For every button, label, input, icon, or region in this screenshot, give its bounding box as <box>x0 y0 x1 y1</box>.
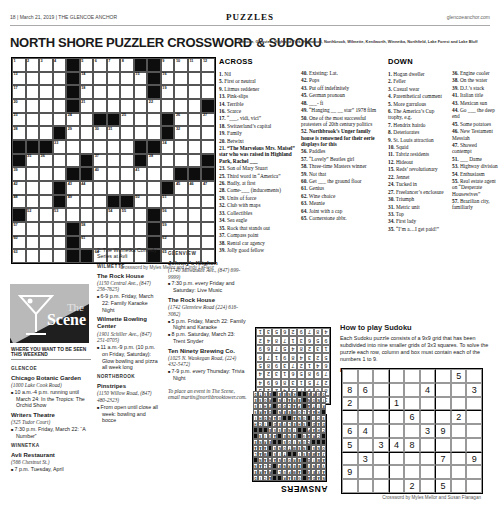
cell-number: 54 <box>108 209 112 213</box>
sudoku-cell <box>404 369 420 383</box>
clue-number: 56. <box>301 148 308 154</box>
crossword-cell <box>120 222 134 236</box>
crossword-cell: S <box>302 451 307 457</box>
crossword-cell: N <box>287 391 292 397</box>
sudoku-cell: 6 <box>289 370 297 378</box>
crossword-cell <box>302 403 307 409</box>
scene-venue-name: Pinstripes <box>97 383 161 390</box>
crossword-cell: R <box>258 409 263 415</box>
crossword-cell: E <box>282 409 287 415</box>
scene-venue-name: Ten Ninety Brewing Co. <box>168 348 247 355</box>
clue-item: 60. Get ___ the ground floor <box>301 178 384 184</box>
crossword-cell <box>80 154 94 168</box>
scene-venue-detail: (1742 Glenview Road (224) 616-3062) <box>168 304 247 317</box>
crossword-cell: M <box>311 451 316 457</box>
crossword-cell <box>80 167 94 181</box>
sudoku-cell <box>451 397 467 411</box>
crossword-cell: E <box>253 439 258 445</box>
crossword-cell: N <box>277 397 282 403</box>
cell-number: 29 <box>68 127 72 131</box>
clue-number: 61. <box>301 185 308 191</box>
clue-item: 50. One of the most successful protester… <box>301 115 384 128</box>
crossword-cell: F <box>287 469 292 475</box>
crossword-cell: U <box>302 439 307 445</box>
crossword-cell: I <box>263 433 268 439</box>
crossword-cell: 60 <box>12 236 26 250</box>
how-to-play-text: Each Sudoku puzzle consists of a 9x9 gri… <box>340 335 498 363</box>
crossword-cell: 41 <box>134 167 148 181</box>
sudoku-cell: 9 <box>314 370 322 378</box>
crossword-cell <box>147 195 161 209</box>
cell-number: 39 <box>14 168 18 172</box>
crossword-cell: 8 <box>120 58 134 72</box>
crossword-cell <box>297 391 302 397</box>
crossword-cell: 15 <box>134 72 148 86</box>
scene-submit-note: To place an event in The Scene, email ma… <box>168 388 247 401</box>
crossword-cell: I <box>311 415 316 421</box>
cell-number: 36 <box>41 154 45 158</box>
crossword-grid: 1234567891011121314151617181920212223242… <box>11 57 216 264</box>
crossword-cell: A <box>272 415 277 421</box>
clue-number: 19. <box>219 130 226 136</box>
crossword-cell <box>26 222 40 236</box>
clue-number: 8. <box>388 129 392 135</box>
crossword-cell <box>93 181 107 195</box>
crossword-cell: L <box>302 409 307 415</box>
clue-item: 54. Enthusiasm <box>452 171 498 177</box>
clue-item: 1. Hogan dweller <box>388 71 448 77</box>
cell-number: 40 <box>95 168 99 172</box>
sudoku-cell <box>389 383 405 397</box>
crossword-cell <box>53 113 67 127</box>
sudoku-cell <box>358 369 374 383</box>
crossword-cell: N <box>302 445 307 451</box>
crossword-cell: G <box>302 433 307 439</box>
crossword-cell: 20 <box>12 99 26 113</box>
scene-venue-detail: (1740 Milwaukee Ave., (847) 699-9999) <box>168 267 247 280</box>
sudoku-cell: 2 <box>342 397 358 411</box>
crossword-cell: O <box>287 439 292 445</box>
crossword-cell: T <box>287 445 292 451</box>
crossword-cell: S <box>321 415 326 421</box>
clue-item: 45. Some potatoes <box>452 121 498 127</box>
sudoku-cell <box>389 452 405 466</box>
clue-number: 1. <box>388 71 392 77</box>
crossword-cell: D <box>253 391 258 397</box>
sudoku-cell <box>358 465 374 479</box>
sudoku-cell <box>373 383 389 397</box>
cell-number: 2 <box>27 59 29 63</box>
crossword-cell <box>282 415 287 421</box>
sudoku-cell <box>373 369 389 383</box>
crossword-cell <box>107 99 121 113</box>
clue-item: 34. First lady <box>388 218 448 224</box>
clue-number: 29. <box>219 195 226 201</box>
sudoku-cell: 4 <box>322 328 330 336</box>
clue-item: 34. Sea eagle <box>219 217 296 223</box>
crossword-cell: N <box>277 445 282 451</box>
crossword-cell: E <box>297 445 302 451</box>
crossword-cell: E <box>282 433 287 439</box>
crossword-cell: A <box>316 421 321 427</box>
crossword-cell: R <box>263 439 268 445</box>
sudoku-cell: 9 <box>435 424 451 438</box>
crossword-cell: 10 <box>174 58 188 72</box>
crossword-cell: 53 <box>53 208 67 222</box>
scene-event: ■ 11 a.m.-9 p.m. (10 p.m. on Friday, Sat… <box>97 344 161 370</box>
crossword-cell <box>93 208 107 222</box>
crossword-cell: 11 <box>188 58 202 72</box>
event-bullet-icon: ■ <box>168 319 172 324</box>
scene-event: ■ From open until close all week: bowlin… <box>97 404 161 424</box>
crossword-cell: 4 <box>53 58 67 72</box>
sudoku-cell <box>389 424 405 438</box>
clue-number: 53. <box>452 163 459 169</box>
scene-event-continuation: 2: The Winnetka Comedy Series at Avli <box>97 247 161 260</box>
crossword-cell: E <box>253 397 258 403</box>
scene-column-1: GLENCOEChicago Botanic Garden(1000 Lake … <box>11 362 92 473</box>
clue-item: 55. Real estate agent on “Desperate Hous… <box>452 178 498 197</box>
crossword-cell: H <box>258 415 263 421</box>
sudoku-cell: 4 <box>389 438 405 452</box>
scene-venue-detail: (1150 Willow Road, (847) 480-2323) <box>97 390 161 403</box>
clue-item: 21. “The Marvelous Mrs. Maisel” star who… <box>219 145 296 164</box>
crossword-cell: 48 <box>12 195 26 209</box>
clue-item: 20. Betwixt <box>219 138 296 144</box>
sudoku-cell: 6 <box>404 410 420 424</box>
crossword-cell: R <box>268 469 273 475</box>
cell-number: 59 <box>162 223 166 227</box>
sudoku-cell <box>342 369 358 383</box>
sudoku-cell: 6 <box>264 345 272 353</box>
event-bullet-icon: ■ <box>11 467 15 472</box>
crossword-cell <box>147 181 161 195</box>
crossword-cell <box>201 222 215 236</box>
scene-event: ■ 10 a.m.-4 p.m. running until March 24:… <box>11 389 92 409</box>
crossword-cell <box>147 167 161 181</box>
scene-city-header: GLENCOE <box>11 366 92 372</box>
crossword-cell <box>302 457 307 463</box>
crossword-cell: C <box>258 421 263 427</box>
clue-number: 3. <box>388 86 392 92</box>
clue-number: 35. <box>219 225 226 231</box>
crossword-cell: R <box>311 433 316 439</box>
crossword-cell <box>107 72 121 86</box>
crossword-cell <box>26 236 40 250</box>
crossword-cell: S <box>311 445 316 451</box>
clue-number: 43. <box>301 85 308 91</box>
crossword-cell: C <box>307 439 312 445</box>
crossword-cell <box>53 167 67 181</box>
sudoku-cell <box>389 479 405 493</box>
crossword-cell: 38 <box>147 154 161 168</box>
crossword-cell <box>26 126 40 140</box>
crossword-cell <box>66 236 80 250</box>
crossword-cell: D <box>311 421 316 427</box>
sudoku-cell: 5 <box>435 479 451 493</box>
crossword-cell <box>174 72 188 86</box>
sudoku-cell: 1 <box>289 336 297 344</box>
crossword-cell <box>107 85 121 99</box>
crossword-cell <box>147 85 161 99</box>
scene-venue-name: The Rock House <box>168 297 247 304</box>
crossword-cell: 17 <box>12 85 26 99</box>
clue-item: 62. Wine choice <box>301 193 384 199</box>
clue-number: 62. <box>301 193 308 199</box>
crossword-cell: 40 <box>93 167 107 181</box>
scene-city-header: WILMETTE <box>97 264 161 270</box>
crossword-cell: A <box>307 433 312 439</box>
sudoku-cell: 4 <box>297 353 305 361</box>
crossword-cell: 42 <box>12 181 26 195</box>
crossword-cell: N <box>282 463 287 469</box>
crossword-cell: O <box>311 397 316 403</box>
crossword-cell: 13 <box>12 72 26 86</box>
crossword-cell <box>201 167 215 181</box>
crossword-cell: R <box>287 463 292 469</box>
crossword-cell: L <box>253 451 258 457</box>
crossword-cell <box>120 99 134 113</box>
crossword-cell <box>66 222 80 236</box>
sudoku-cell: 8 <box>297 345 305 353</box>
clue-number: 7. <box>388 122 392 128</box>
crossword-cell <box>297 433 302 439</box>
crossword-cell <box>26 72 40 86</box>
crossword-cell <box>188 167 202 181</box>
crossword-cell <box>93 140 107 154</box>
sudoku-cell: 5 <box>297 370 305 378</box>
clue-item: 15. Reds’ revolutionary <box>388 166 448 172</box>
crossword-cell: I <box>321 397 326 403</box>
crossword-cell: A <box>307 403 312 409</box>
crossword-cell <box>297 427 302 433</box>
clue-number: 57. <box>301 156 308 162</box>
clue-item: 53. Highway division <box>452 163 498 169</box>
clue-number: 57. <box>452 198 459 204</box>
scene-event: ■ 5 p.m. Friday, March 22: Family Night … <box>168 318 247 331</box>
clue-number: 35. <box>388 226 395 232</box>
crossword-cell: 24 <box>66 113 80 127</box>
crossword-cell <box>26 99 40 113</box>
clue-item: 43. Mexican sun <box>452 100 498 106</box>
crossword-cell: 32 <box>174 126 188 140</box>
crossword-cell: B <box>297 457 302 463</box>
crossword-cell <box>39 140 53 154</box>
crossword-cell <box>272 439 277 445</box>
clue-number: 13. <box>219 93 226 99</box>
crossword-cell <box>39 72 53 86</box>
crossword-cell: W <box>292 469 297 475</box>
crossword-cell <box>120 181 134 195</box>
crossword-cell: H <box>297 421 302 427</box>
crossword-cell <box>134 126 148 140</box>
crossword-cell: U <box>282 469 287 475</box>
sudoku-cell: 1 <box>305 362 313 370</box>
clue-number: 39. <box>452 85 459 91</box>
website-link[interactable]: glencoeanchor.com <box>447 14 490 20</box>
crossword-cell <box>188 195 202 209</box>
clue-item: 11. Tabriz residents <box>388 151 448 157</box>
sudoku-cell: 1 <box>389 397 405 411</box>
crossword-cell: E <box>277 421 282 427</box>
sudoku-cell <box>435 383 451 397</box>
sudoku-cell <box>342 410 358 424</box>
crossword-cell: 22 <box>147 99 161 113</box>
crossword-cell <box>302 427 307 433</box>
crossword-cell <box>39 208 53 222</box>
cell-number: 6 <box>95 59 97 63</box>
sudoku-cell <box>404 452 420 466</box>
crossword-cell: 31 <box>107 126 121 140</box>
crossword-cell: 55 <box>120 208 134 222</box>
scene-event: ■ 8 p.m. Saturday, March 23: Trent Snyde… <box>168 331 247 344</box>
sudoku-cell <box>466 410 482 424</box>
crossword-cell: S <box>307 469 312 475</box>
clue-number: 46. <box>452 128 459 134</box>
crossword-cell <box>120 167 134 181</box>
crossword-cell <box>66 208 80 222</box>
scene-venue-detail: (1000 Lake Cook Road) <box>11 382 92 388</box>
crossword-cell <box>268 451 273 457</box>
crossword-cell: A <box>287 397 292 403</box>
crossword-cell <box>161 181 175 195</box>
clue-item: 22. Jennet <box>388 174 448 180</box>
crossword-cell <box>107 181 121 195</box>
crossword-cell: 29 <box>66 126 80 140</box>
sudoku-cell: 2 <box>297 362 305 370</box>
sudoku-cell <box>389 410 405 424</box>
clue-item: 1. Nil <box>219 71 296 77</box>
sudoku-cell: 7 <box>281 336 289 344</box>
scene-event: ■ 7:30 p.m. Friday, March 22: “A Number” <box>11 426 92 439</box>
clue-item: 38. On the water <box>452 77 498 83</box>
sudoku-cell: 5 <box>305 379 313 387</box>
clue-item: 61. Genius <box>301 185 384 191</box>
crossword-cell: N <box>307 397 312 403</box>
crossword-cell <box>147 140 161 154</box>
crossword-cell: A <box>258 463 263 469</box>
sudoku-cell: 6 <box>342 424 358 438</box>
cell-number: 8 <box>122 59 124 63</box>
down-clues-col2: 36. Engine cooler38. On the water39. D.J… <box>452 58 498 212</box>
crossword-cell: 59 <box>161 222 175 236</box>
crossword-cell: 57 <box>12 222 26 236</box>
crossword-cell: I <box>282 397 287 403</box>
crossword-cell: A <box>316 475 321 481</box>
crossword-cell: A <box>321 469 326 475</box>
clue-item: 35. “I’m a…I get paid!” <box>388 226 448 232</box>
sudoku-cell: 2 <box>305 345 313 353</box>
crossword-cell: 27 <box>201 113 215 127</box>
clue-number: 65. <box>301 215 308 221</box>
sudoku-cell: 2 <box>322 379 330 387</box>
crossword-cell: S <box>272 445 277 451</box>
crossword-cell <box>188 140 202 154</box>
crossword-cell: 21 <box>80 99 94 113</box>
clue-number: 34. <box>219 217 226 223</box>
sudoku-cell <box>435 397 451 411</box>
crossword-cell: G <box>277 415 282 421</box>
crossword-cell: R <box>292 397 297 403</box>
crossword-cell: E <box>316 463 321 469</box>
crossword-cell: B <box>297 397 302 403</box>
clue-number: 51. <box>452 156 459 162</box>
cell-number: 52 <box>27 209 31 213</box>
clue-number: 47. <box>452 142 459 148</box>
crossword-cell: I <box>316 403 321 409</box>
sudoku-cell: 3 <box>373 438 389 452</box>
crossword-cell: 63 <box>12 249 26 263</box>
crossword-cell: 1 <box>12 58 26 72</box>
crossword-cell <box>307 421 312 427</box>
crossword-cell <box>272 469 277 475</box>
clue-item: 13. Pink-slips <box>219 93 296 99</box>
crossword-cell <box>188 85 202 99</box>
clue-item: 7. Hendrix hairdo <box>388 122 448 128</box>
sudoku-cell: 2 <box>314 353 322 361</box>
clue-number: 24. <box>388 181 395 187</box>
crossword-cell <box>277 475 282 481</box>
crossword-cell: 16 <box>161 72 175 86</box>
sudoku-cell: 1 <box>322 345 330 353</box>
crossword-cell: D <box>253 475 258 481</box>
crossword-cell: G <box>316 391 321 397</box>
crossword-cell <box>161 126 175 140</box>
cell-number: 55 <box>122 209 126 213</box>
sudoku-cell: 5 <box>322 353 330 361</box>
crossword-cell <box>134 99 148 113</box>
clue-item: 45. German pronoun <box>301 92 384 98</box>
crossword-cell <box>80 208 94 222</box>
crossword-cell: I <box>258 403 263 409</box>
crossword-cell <box>188 208 202 222</box>
sudoku-cell: 8 <box>404 438 420 452</box>
crossword-cell: N <box>316 445 321 451</box>
crossword-cell: A <box>297 469 302 475</box>
scene-venue-detail: (1025 N. Waukegan Road, (224) 432-5472) <box>168 355 247 368</box>
sudoku-cell: 9 <box>466 452 482 466</box>
crossword-cell <box>188 113 202 127</box>
clue-number: 22. <box>388 174 395 180</box>
sudoku-cell: 7 <box>314 379 322 387</box>
crossword-cell: E <box>282 391 287 397</box>
clue-number: 34. <box>388 218 395 224</box>
sudoku-cell <box>451 465 467 479</box>
crossword-cell: 35 <box>26 154 40 168</box>
crossword-cell: N <box>258 439 263 445</box>
sudoku-cell <box>373 452 389 466</box>
clue-item: 57. “Lovely” Beatles girl <box>301 156 384 162</box>
clue-number: 30. <box>388 196 395 202</box>
crossword-cell: N <box>277 457 282 463</box>
sudoku-cell <box>358 410 374 424</box>
scene-event: ■ 7:30 p.m. every Friday and Saturday: L… <box>168 280 247 293</box>
clue-item: 59. Not that <box>301 171 384 177</box>
crossword-cell <box>201 195 215 209</box>
cell-number: 46 <box>189 182 193 186</box>
across-clues-col2: 40. Existing: Lat.42. Pops43. Put off in… <box>301 58 384 223</box>
scene-venue-detail: (566 Chestnut St.) <box>11 459 92 465</box>
crossword-cell <box>120 140 134 154</box>
scene-tagline: WHERE YOU WANT TO BE SEEN THIS WEEKEND <box>11 347 91 360</box>
sudoku-cell: 3 <box>305 353 313 361</box>
clue-number: 9. <box>388 137 392 143</box>
the-scene-logo: The Scene <box>10 284 89 343</box>
cell-number: 10 <box>176 59 180 63</box>
crossword-cell: O <box>302 415 307 421</box>
crossword-cell <box>174 99 188 113</box>
crossword-cell: 61 <box>80 236 94 250</box>
